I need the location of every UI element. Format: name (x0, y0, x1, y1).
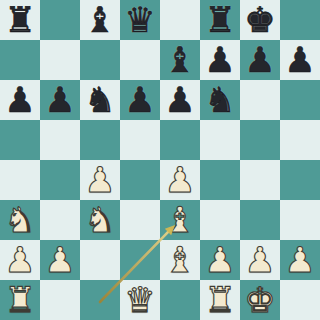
piece-white-bishop-e3[interactable]: ♝ (160, 200, 200, 240)
square-g2[interactable]: ♟ (240, 240, 280, 280)
piece-black-pawn-d6[interactable]: ♟ (120, 80, 160, 120)
piece-black-pawn-b6[interactable]: ♟ (40, 80, 80, 120)
square-e5[interactable] (160, 120, 200, 160)
square-d8[interactable]: ♛ (120, 0, 160, 40)
piece-white-pawn-g2[interactable]: ♟ (240, 240, 280, 280)
square-a3[interactable]: ♞ (0, 200, 40, 240)
piece-white-knight-c3[interactable]: ♞ (80, 200, 120, 240)
piece-black-king-g8[interactable]: ♚ (240, 0, 280, 40)
square-h7[interactable]: ♟ (280, 40, 320, 80)
piece-black-rook-a8[interactable]: ♜ (0, 0, 40, 40)
square-b4[interactable] (40, 160, 80, 200)
square-g6[interactable] (240, 80, 280, 120)
piece-white-pawn-b2[interactable]: ♟ (40, 240, 80, 280)
piece-black-knight-f6[interactable]: ♞ (200, 80, 240, 120)
piece-black-pawn-e6[interactable]: ♟ (160, 80, 200, 120)
square-b3[interactable] (40, 200, 80, 240)
square-f7[interactable]: ♟ (200, 40, 240, 80)
square-b1[interactable] (40, 280, 80, 320)
square-c4[interactable]: ♟ (80, 160, 120, 200)
piece-black-pawn-f7[interactable]: ♟ (200, 40, 240, 80)
square-e1[interactable] (160, 280, 200, 320)
square-c5[interactable] (80, 120, 120, 160)
square-h3[interactable] (280, 200, 320, 240)
square-g8[interactable]: ♚ (240, 0, 280, 40)
square-f6[interactable]: ♞ (200, 80, 240, 120)
square-f1[interactable]: ♜ (200, 280, 240, 320)
square-d4[interactable] (120, 160, 160, 200)
piece-black-queen-d8[interactable]: ♛ (120, 0, 160, 40)
square-d5[interactable] (120, 120, 160, 160)
square-f5[interactable] (200, 120, 240, 160)
chess-board: ♜♝♛♜♚♝♟♟♟♟♟♞♟♟♞♟♟♞♞♝♟♟♝♟♟♟♜♛♜♚ (0, 0, 320, 320)
square-b5[interactable] (40, 120, 80, 160)
square-a4[interactable] (0, 160, 40, 200)
square-a2[interactable]: ♟ (0, 240, 40, 280)
piece-black-bishop-e7[interactable]: ♝ (160, 40, 200, 80)
square-b8[interactable] (40, 0, 80, 40)
square-e4[interactable]: ♟ (160, 160, 200, 200)
square-g3[interactable] (240, 200, 280, 240)
chess-board-container: ♜♝♛♜♚♝♟♟♟♟♟♞♟♟♞♟♟♞♞♝♟♟♝♟♟♟♜♛♜♚ (0, 0, 320, 320)
square-h8[interactable] (280, 0, 320, 40)
piece-black-pawn-h7[interactable]: ♟ (280, 40, 320, 80)
piece-white-king-g1[interactable]: ♚ (240, 280, 280, 320)
piece-white-rook-f1[interactable]: ♜ (200, 280, 240, 320)
square-h4[interactable] (280, 160, 320, 200)
piece-white-pawn-f2[interactable]: ♟ (200, 240, 240, 280)
piece-black-bishop-c8[interactable]: ♝ (80, 0, 120, 40)
piece-black-rook-f8[interactable]: ♜ (200, 0, 240, 40)
square-b2[interactable]: ♟ (40, 240, 80, 280)
square-g1[interactable]: ♚ (240, 280, 280, 320)
square-c3[interactable]: ♞ (80, 200, 120, 240)
piece-white-rook-a1[interactable]: ♜ (0, 280, 40, 320)
square-h1[interactable] (280, 280, 320, 320)
square-f2[interactable]: ♟ (200, 240, 240, 280)
square-e2[interactable]: ♝ (160, 240, 200, 280)
square-f4[interactable] (200, 160, 240, 200)
square-a8[interactable]: ♜ (0, 0, 40, 40)
square-d3[interactable] (120, 200, 160, 240)
square-c1[interactable] (80, 280, 120, 320)
piece-white-bishop-e2[interactable]: ♝ (160, 240, 200, 280)
square-e8[interactable] (160, 0, 200, 40)
square-d6[interactable]: ♟ (120, 80, 160, 120)
piece-white-knight-a3[interactable]: ♞ (0, 200, 40, 240)
square-g4[interactable] (240, 160, 280, 200)
square-c8[interactable]: ♝ (80, 0, 120, 40)
square-d1[interactable]: ♛ (120, 280, 160, 320)
square-d7[interactable] (120, 40, 160, 80)
square-e3[interactable]: ♝ (160, 200, 200, 240)
piece-white-pawn-c4[interactable]: ♟ (80, 160, 120, 200)
square-b6[interactable]: ♟ (40, 80, 80, 120)
square-c2[interactable] (80, 240, 120, 280)
piece-black-knight-c6[interactable]: ♞ (80, 80, 120, 120)
square-h2[interactable]: ♟ (280, 240, 320, 280)
square-e7[interactable]: ♝ (160, 40, 200, 80)
piece-black-pawn-a6[interactable]: ♟ (0, 80, 40, 120)
square-f3[interactable] (200, 200, 240, 240)
piece-black-pawn-g7[interactable]: ♟ (240, 40, 280, 80)
square-a7[interactable] (0, 40, 40, 80)
square-g7[interactable]: ♟ (240, 40, 280, 80)
piece-white-queen-d1[interactable]: ♛ (120, 280, 160, 320)
piece-white-pawn-a2[interactable]: ♟ (0, 240, 40, 280)
square-c6[interactable]: ♞ (80, 80, 120, 120)
square-a1[interactable]: ♜ (0, 280, 40, 320)
square-g5[interactable] (240, 120, 280, 160)
square-a5[interactable] (0, 120, 40, 160)
piece-white-pawn-e4[interactable]: ♟ (160, 160, 200, 200)
square-f8[interactable]: ♜ (200, 0, 240, 40)
square-e6[interactable]: ♟ (160, 80, 200, 120)
piece-white-pawn-h2[interactable]: ♟ (280, 240, 320, 280)
square-h5[interactable] (280, 120, 320, 160)
square-d2[interactable] (120, 240, 160, 280)
square-h6[interactable] (280, 80, 320, 120)
square-a6[interactable]: ♟ (0, 80, 40, 120)
square-c7[interactable] (80, 40, 120, 80)
square-b7[interactable] (40, 40, 80, 80)
